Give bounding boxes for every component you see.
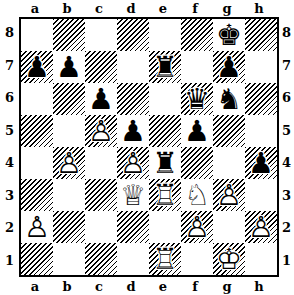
square-d5[interactable]: ♟♟ <box>117 115 149 147</box>
square-h5[interactable] <box>245 115 277 147</box>
square-b8[interactable] <box>53 19 85 51</box>
square-a6[interactable] <box>21 83 53 115</box>
white-pawn-icon[interactable]: ♙ <box>21 211 53 243</box>
white-king-icon[interactable]: ♔ <box>213 243 245 275</box>
rank-labels-right: 87654321 <box>279 17 294 277</box>
square-c4[interactable] <box>85 147 117 179</box>
file-label-f: f <box>179 0 211 17</box>
rank-label-6: 6 <box>0 82 19 115</box>
file-label-b: b <box>51 0 83 17</box>
rank-label-3: 3 <box>279 180 294 213</box>
file-label-g: g <box>211 0 243 17</box>
square-e6[interactable] <box>149 83 181 115</box>
square-d1[interactable] <box>117 243 149 275</box>
rank-label-3: 3 <box>0 180 19 213</box>
square-f7[interactable] <box>181 51 213 83</box>
square-g1[interactable]: ♚♔ <box>213 243 245 275</box>
square-b5[interactable] <box>53 115 85 147</box>
square-d4[interactable]: ♟♙ <box>117 147 149 179</box>
square-a3[interactable] <box>21 179 53 211</box>
square-e1[interactable]: ♜♖ <box>149 243 181 275</box>
square-a5[interactable] <box>21 115 53 147</box>
square-h3[interactable] <box>245 179 277 211</box>
chess-diagram: abcdefgh 87654321 ♚♚♟♟♟♟♜♜♟♟♟♟♛♛♞♞♟♙♟♟♟♟… <box>0 0 294 295</box>
square-g2[interactable] <box>213 211 245 243</box>
white-pawn-icon[interactable]: ♙ <box>181 211 213 243</box>
black-queen-icon[interactable]: ♛ <box>181 83 213 115</box>
black-knight-icon[interactable]: ♞ <box>213 83 245 115</box>
square-e7[interactable]: ♜♜ <box>149 51 181 83</box>
file-label-d: d <box>115 278 147 295</box>
square-a8[interactable] <box>21 19 53 51</box>
file-label-f: f <box>179 278 211 295</box>
file-label-e: e <box>147 0 179 17</box>
white-queen-icon[interactable]: ♕ <box>117 179 149 211</box>
rank-labels-left: 87654321 <box>0 17 19 277</box>
square-h2[interactable]: ♟♙ <box>245 211 277 243</box>
black-king-icon[interactable]: ♚ <box>213 19 245 51</box>
rank-label-5: 5 <box>0 115 19 148</box>
file-label-d: d <box>115 0 147 17</box>
square-e2[interactable] <box>149 211 181 243</box>
rank-label-2: 2 <box>279 212 294 245</box>
square-g6[interactable]: ♞♞ <box>213 83 245 115</box>
white-pawn-icon[interactable]: ♙ <box>117 147 149 179</box>
white-pawn-icon[interactable]: ♙ <box>85 115 117 147</box>
square-g7[interactable]: ♟♟ <box>213 51 245 83</box>
black-rook-icon[interactable]: ♜ <box>149 51 181 83</box>
rank-label-8: 8 <box>0 17 19 50</box>
black-pawn-icon[interactable]: ♟ <box>213 51 245 83</box>
square-a2[interactable]: ♟♙ <box>21 211 53 243</box>
square-f3[interactable]: ♞♘ <box>181 179 213 211</box>
black-rook-icon[interactable]: ♜ <box>149 147 181 179</box>
square-d2[interactable] <box>117 211 149 243</box>
square-b2[interactable] <box>53 211 85 243</box>
square-g3[interactable]: ♟♙ <box>213 179 245 211</box>
square-c1[interactable] <box>85 243 117 275</box>
square-b6[interactable] <box>53 83 85 115</box>
file-label-a: a <box>19 0 51 17</box>
file-label-h: h <box>243 278 275 295</box>
square-e3[interactable]: ♜♖ <box>149 179 181 211</box>
board: ♚♚♟♟♟♟♜♜♟♟♟♟♛♛♞♞♟♙♟♟♟♟♟♙♟♙♜♜♟♟♛♕♜♖♞♘♟♙♟♙… <box>19 17 279 277</box>
square-f8[interactable] <box>181 19 213 51</box>
square-a4[interactable] <box>21 147 53 179</box>
square-f4[interactable] <box>181 147 213 179</box>
rank-label-8: 8 <box>279 17 294 50</box>
square-h8[interactable] <box>245 19 277 51</box>
rank-label-4: 4 <box>279 147 294 180</box>
square-f6[interactable]: ♛♛ <box>181 83 213 115</box>
file-label-c: c <box>83 0 115 17</box>
file-label-c: c <box>83 278 115 295</box>
white-pawn-icon[interactable]: ♙ <box>213 179 245 211</box>
file-labels-bottom: abcdefgh <box>0 277 294 295</box>
square-b4[interactable]: ♟♙ <box>53 147 85 179</box>
white-rook-icon[interactable]: ♖ <box>149 179 181 211</box>
square-c3[interactable] <box>85 179 117 211</box>
black-pawn-icon[interactable]: ♟ <box>245 147 277 179</box>
square-d7[interactable] <box>117 51 149 83</box>
square-f1[interactable] <box>181 243 213 275</box>
white-rook-icon[interactable]: ♖ <box>149 243 181 275</box>
black-pawn-icon[interactable]: ♟ <box>53 51 85 83</box>
rank-label-1: 1 <box>0 245 19 278</box>
square-h4[interactable]: ♟♟ <box>245 147 277 179</box>
file-label-g: g <box>211 278 243 295</box>
square-a1[interactable] <box>21 243 53 275</box>
rank-label-6: 6 <box>279 82 294 115</box>
square-c8[interactable] <box>85 19 117 51</box>
rank-label-7: 7 <box>279 50 294 83</box>
file-label-a: a <box>19 278 51 295</box>
square-b3[interactable] <box>53 179 85 211</box>
white-pawn-icon[interactable]: ♙ <box>53 147 85 179</box>
square-h1[interactable] <box>245 243 277 275</box>
black-pawn-icon[interactable]: ♟ <box>21 51 53 83</box>
square-e5[interactable] <box>149 115 181 147</box>
square-g8[interactable]: ♚♚ <box>213 19 245 51</box>
square-a7[interactable]: ♟♟ <box>21 51 53 83</box>
square-g4[interactable] <box>213 147 245 179</box>
black-pawn-icon[interactable]: ♟ <box>117 115 149 147</box>
file-labels-top: abcdefgh <box>0 0 294 17</box>
square-b7[interactable]: ♟♟ <box>53 51 85 83</box>
square-c6[interactable]: ♟♟ <box>85 83 117 115</box>
square-e4[interactable]: ♜♜ <box>149 147 181 179</box>
square-c2[interactable] <box>85 211 117 243</box>
square-h7[interactable] <box>245 51 277 83</box>
square-d6[interactable] <box>117 83 149 115</box>
rank-label-4: 4 <box>0 147 19 180</box>
square-c5[interactable]: ♟♙ <box>85 115 117 147</box>
rank-label-7: 7 <box>0 50 19 83</box>
square-f5[interactable]: ♟♟ <box>181 115 213 147</box>
square-d3[interactable]: ♛♕ <box>117 179 149 211</box>
file-label-b: b <box>51 278 83 295</box>
square-c7[interactable] <box>85 51 117 83</box>
square-d8[interactable] <box>117 19 149 51</box>
rank-label-2: 2 <box>0 212 19 245</box>
white-knight-icon[interactable]: ♘ <box>181 179 213 211</box>
square-b1[interactable] <box>53 243 85 275</box>
file-label-h: h <box>243 0 275 17</box>
black-pawn-icon[interactable]: ♟ <box>181 115 213 147</box>
square-e8[interactable] <box>149 19 181 51</box>
file-label-e: e <box>147 278 179 295</box>
black-pawn-icon[interactable]: ♟ <box>85 83 117 115</box>
square-g5[interactable] <box>213 115 245 147</box>
white-pawn-icon[interactable]: ♙ <box>245 211 277 243</box>
rank-label-1: 1 <box>279 245 294 278</box>
square-f2[interactable]: ♟♙ <box>181 211 213 243</box>
square-h6[interactable] <box>245 83 277 115</box>
rank-label-5: 5 <box>279 115 294 148</box>
